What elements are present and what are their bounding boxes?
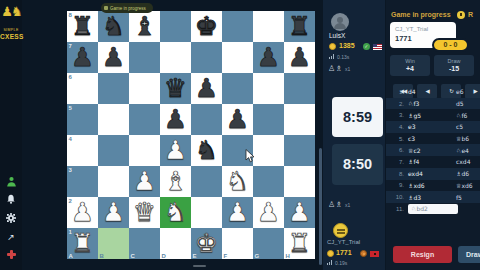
us-flag-icon bbox=[373, 44, 382, 50]
move-row-9[interactable]: 9.♗xd6♕xd6 bbox=[386, 180, 480, 192]
move-list: 1.d4e62.♘f3d53.♗g5♘f64.e3c55.c3♕b66.♕c2♘… bbox=[386, 86, 480, 215]
square-f6[interactable] bbox=[222, 73, 253, 104]
square-d4[interactable]: ♟ bbox=[160, 135, 191, 166]
top-player-rating: 1385 bbox=[339, 42, 355, 49]
chess-board: 8♜♞♝♚♜7♟♟♟♟6♛♟5♟♟4♟♞3♟♝♞2♟♟♛♞♟♟♟1A♜BCDE♚… bbox=[67, 11, 315, 259]
white-rook[interactable]: ♜ bbox=[284, 228, 315, 259]
friends-icon[interactable] bbox=[0, 174, 22, 188]
vertical-scrollbar[interactable] bbox=[319, 148, 322, 265]
top-player-latency: 0.13s bbox=[337, 54, 349, 60]
square-g7[interactable]: ♟ bbox=[253, 42, 284, 73]
club-badge-icon[interactable] bbox=[333, 223, 348, 238]
black-move[interactable]: cxd4 bbox=[456, 158, 470, 165]
square-c8[interactable]: ♝ bbox=[129, 11, 160, 42]
square-d7[interactable] bbox=[160, 42, 191, 73]
square-b5[interactable] bbox=[98, 104, 129, 135]
rank-label: 5 bbox=[69, 105, 72, 111]
move-number: 8. bbox=[386, 171, 404, 177]
square-d2[interactable]: ♞ bbox=[160, 197, 191, 228]
square-d6[interactable]: ♛ bbox=[160, 73, 191, 104]
app-logo-icon: ♟♞ bbox=[0, 4, 22, 19]
black-move[interactable]: ♘f6 bbox=[456, 112, 467, 119]
top-player-captured: ♙♗ x1 bbox=[328, 64, 350, 73]
white-move[interactable]: ♘f3 bbox=[408, 100, 452, 107]
bottom-player-latency: 0.19s bbox=[335, 260, 347, 266]
square-d5[interactable]: ♟ bbox=[160, 104, 191, 135]
black-move[interactable]: c5 bbox=[456, 123, 463, 130]
square-h8[interactable]: ♜ bbox=[284, 11, 315, 42]
white-move[interactable]: ♗xd6 bbox=[408, 182, 452, 189]
black-queen[interactable]: ♛ bbox=[160, 73, 191, 104]
app-logo-subtext: SIMPLE bbox=[0, 28, 22, 32]
white-king[interactable]: ♚ bbox=[191, 228, 222, 259]
black-move[interactable]: f5 bbox=[456, 194, 462, 201]
black-rook[interactable]: ♜ bbox=[284, 11, 315, 42]
square-a5[interactable]: 5 bbox=[67, 104, 98, 135]
header-right-label: R bbox=[468, 11, 473, 18]
move-number: 5. bbox=[386, 136, 404, 142]
health-cross-icon[interactable] bbox=[0, 247, 22, 261]
status-pill-icon bbox=[104, 6, 108, 10]
app-logo-text: CXESS bbox=[0, 33, 22, 40]
file-label: G bbox=[255, 253, 260, 259]
black-knight[interactable]: ♞ bbox=[191, 135, 222, 166]
square-f8[interactable] bbox=[222, 11, 253, 42]
square-h7[interactable]: ♟ bbox=[284, 42, 315, 73]
status-pill-label: Game in progress bbox=[110, 6, 146, 11]
rank-label: 4 bbox=[69, 136, 72, 142]
square-d1[interactable]: D bbox=[160, 228, 191, 259]
square-b8[interactable]: ♞ bbox=[98, 11, 129, 42]
square-f1[interactable]: F bbox=[222, 228, 253, 259]
file-label: C bbox=[131, 253, 135, 259]
move-row-7[interactable]: 7.♗f4cxd4 bbox=[386, 156, 480, 168]
square-a3[interactable]: 3 bbox=[67, 166, 98, 197]
move-row-1[interactable]: 1.d4e6 bbox=[386, 86, 480, 98]
move-row-10[interactable]: 10.♗d3f5 bbox=[386, 191, 480, 203]
opponent-name: CJ_YT_Trial bbox=[395, 26, 428, 32]
square-g4[interactable] bbox=[253, 135, 284, 166]
black-pawn[interactable]: ♟ bbox=[253, 42, 284, 73]
white-pawn[interactable]: ♟ bbox=[129, 166, 160, 197]
square-g8[interactable] bbox=[253, 11, 284, 42]
signal-icon bbox=[327, 260, 333, 265]
players-panel: LuisX 1385 ✓ 0.13s ♙♗ x1 8:59 8:50 ♙♗ x1… bbox=[323, 0, 385, 270]
top-player-clock: 8:59 bbox=[332, 97, 383, 137]
black-move[interactable]: ♘e4 bbox=[456, 147, 469, 154]
move-number: 2. bbox=[386, 101, 404, 107]
black-pawn[interactable]: ♟ bbox=[98, 42, 129, 73]
flag-icon bbox=[370, 251, 379, 257]
square-b1[interactable]: B bbox=[98, 228, 129, 259]
move-number: 9. bbox=[386, 182, 404, 188]
move-row-11[interactable]: 11.♘bd2 bbox=[386, 203, 480, 215]
square-h6[interactable] bbox=[284, 73, 315, 104]
square-c1[interactable]: C bbox=[129, 228, 160, 259]
square-h5[interactable] bbox=[284, 104, 315, 135]
square-a4[interactable]: 4 bbox=[67, 135, 98, 166]
square-g6[interactable] bbox=[253, 73, 284, 104]
move-row-4[interactable]: 4.e3c5 bbox=[386, 121, 480, 133]
square-e6[interactable]: ♟ bbox=[191, 73, 222, 104]
square-b4[interactable] bbox=[98, 135, 129, 166]
square-f7[interactable] bbox=[222, 42, 253, 73]
square-a2[interactable]: 2♟ bbox=[67, 197, 98, 228]
move-number: 3. bbox=[386, 112, 404, 118]
square-c4[interactable] bbox=[129, 135, 160, 166]
white-move[interactable]: ♗g5 bbox=[408, 112, 452, 119]
bottom-player-clock: 8:50 bbox=[332, 144, 383, 185]
move-number: 4. bbox=[386, 124, 404, 130]
white-move[interactable]: d4 bbox=[408, 88, 452, 95]
move-row-2[interactable]: 2.♘f3d5 bbox=[386, 98, 480, 110]
top-player-name[interactable]: LuisX bbox=[329, 32, 345, 39]
black-move[interactable]: ♗d6 bbox=[456, 170, 469, 177]
square-a7[interactable]: 7♟ bbox=[67, 42, 98, 73]
bottom-player-name[interactable]: CJ_YT_Trial bbox=[327, 239, 360, 245]
black-bishop[interactable]: ♝ bbox=[129, 11, 160, 42]
square-g1[interactable]: G bbox=[253, 228, 284, 259]
bottom-player-rating: 1771 bbox=[336, 249, 352, 256]
app-window: ♟♞ SIMPLE CXESS ↗ Game in progress 8♜♞♝♚… bbox=[0, 0, 480, 270]
square-e3[interactable] bbox=[191, 166, 222, 197]
white-knight[interactable]: ♞ bbox=[222, 166, 253, 197]
square-g2[interactable]: ♟ bbox=[253, 197, 284, 228]
square-e8[interactable]: ♚ bbox=[191, 11, 222, 42]
sidebar: ♟♞ SIMPLE CXESS ↗ bbox=[0, 0, 22, 270]
draw-stat-box: Draw -15 bbox=[434, 55, 474, 76]
black-pawn[interactable]: ♟ bbox=[160, 104, 191, 135]
black-pawn[interactable]: ♟ bbox=[67, 42, 98, 73]
square-f5[interactable]: ♟ bbox=[222, 104, 253, 135]
move-number: 7. bbox=[386, 159, 404, 165]
white-pawn[interactable]: ♟ bbox=[253, 197, 284, 228]
square-g3[interactable] bbox=[253, 166, 284, 197]
file-label: B bbox=[100, 253, 104, 259]
black-move[interactable]: d5 bbox=[456, 100, 464, 107]
game-status-pill[interactable]: Game in progress bbox=[101, 3, 153, 13]
coin-icon bbox=[327, 250, 334, 257]
white-move[interactable]: ♗d3 bbox=[408, 194, 452, 201]
square-e1[interactable]: E♚ bbox=[191, 228, 222, 259]
square-c5[interactable] bbox=[129, 104, 160, 135]
square-e7[interactable] bbox=[191, 42, 222, 73]
square-d8[interactable] bbox=[160, 11, 191, 42]
white-move[interactable]: ♗f4 bbox=[408, 158, 452, 165]
move-number: 10. bbox=[386, 194, 404, 200]
white-pawn[interactable]: ♟ bbox=[67, 197, 98, 228]
game-status-header: Game in progress bbox=[391, 11, 451, 18]
black-move[interactable]: e6 bbox=[456, 88, 464, 95]
game-info-panel: Game in progress R CJ_YT_Trial 1771 0 - … bbox=[386, 0, 480, 270]
square-d3[interactable]: ♝ bbox=[160, 166, 191, 197]
white-pawn[interactable]: ♟ bbox=[160, 135, 191, 166]
square-c6[interactable] bbox=[129, 73, 160, 104]
white-move[interactable]: c3 bbox=[408, 135, 452, 142]
bottom-player-captured: ♙♗ x1 bbox=[328, 200, 350, 209]
square-a8[interactable]: 8♜ bbox=[67, 11, 98, 42]
move-row-8[interactable]: 8.exd4♗d6 bbox=[386, 168, 480, 180]
verified-badge-icon: ✓ bbox=[363, 43, 370, 50]
white-pawn[interactable]: ♟ bbox=[98, 197, 129, 228]
square-a6[interactable]: 6 bbox=[67, 73, 98, 104]
match-score-badge: 0 - 0 bbox=[432, 38, 469, 52]
square-c2[interactable]: ♛ bbox=[129, 197, 160, 228]
square-f3[interactable]: ♞ bbox=[222, 166, 253, 197]
square-b6[interactable] bbox=[98, 73, 129, 104]
white-pawn[interactable]: ♟ bbox=[284, 197, 315, 228]
move-input-box[interactable]: ♘bd2 bbox=[408, 204, 458, 214]
square-h1[interactable]: H♜ bbox=[284, 228, 315, 259]
move-number: 11. bbox=[386, 206, 404, 212]
black-move[interactable]: ♕xd6 bbox=[456, 182, 473, 189]
resign-button[interactable]: Resign bbox=[393, 246, 452, 263]
file-label: D bbox=[162, 253, 166, 259]
square-g5[interactable] bbox=[253, 104, 284, 135]
square-b2[interactable]: ♟ bbox=[98, 197, 129, 228]
horizontal-scrollbar[interactable] bbox=[193, 265, 206, 267]
mouse-cursor bbox=[245, 149, 255, 167]
medal-badge-icon bbox=[360, 250, 367, 257]
square-b7[interactable]: ♟ bbox=[98, 42, 129, 73]
black-king[interactable]: ♚ bbox=[191, 11, 222, 42]
white-queen[interactable]: ♛ bbox=[129, 197, 160, 228]
square-h4[interactable] bbox=[284, 135, 315, 166]
external-link-icon[interactable]: ↗ bbox=[0, 230, 22, 244]
rank-label: 6 bbox=[69, 74, 72, 80]
white-move[interactable]: exd4 bbox=[408, 170, 452, 177]
square-e2[interactable] bbox=[191, 197, 222, 228]
black-knight[interactable]: ♞ bbox=[98, 11, 129, 42]
avatar-top-player[interactable] bbox=[331, 13, 349, 31]
move-number: 1. bbox=[386, 89, 404, 95]
white-move[interactable]: e3 bbox=[408, 123, 452, 130]
rank-label: 3 bbox=[69, 167, 72, 173]
square-a1[interactable]: 1A♜ bbox=[67, 228, 98, 259]
black-rook[interactable]: ♜ bbox=[67, 11, 98, 42]
white-move[interactable]: ♕c2 bbox=[408, 147, 452, 154]
square-e4[interactable]: ♞ bbox=[191, 135, 222, 166]
white-bishop[interactable]: ♝ bbox=[160, 166, 191, 197]
clock-icon bbox=[457, 11, 465, 19]
move-row-3[interactable]: 3.♗g5♘f6 bbox=[386, 109, 480, 121]
opponent-rating: 1771 bbox=[395, 34, 412, 43]
square-h2[interactable]: ♟ bbox=[284, 197, 315, 228]
square-e5[interactable] bbox=[191, 104, 222, 135]
draw-offer-button[interactable]: Draw bbox=[458, 246, 480, 263]
move-row-5[interactable]: 5.c3♕b6 bbox=[386, 133, 480, 145]
win-stat-box: Win +4 bbox=[390, 55, 430, 76]
coin-icon bbox=[329, 43, 336, 50]
square-f2[interactable]: ♟ bbox=[222, 197, 253, 228]
move-row-6[interactable]: 6.♕c2♘e4 bbox=[386, 144, 480, 156]
black-move[interactable]: ♕b6 bbox=[456, 135, 469, 142]
black-pawn[interactable]: ♟ bbox=[284, 42, 315, 73]
square-c3[interactable]: ♟ bbox=[129, 166, 160, 197]
white-knight[interactable]: ♞ bbox=[160, 197, 191, 228]
gear-icon[interactable] bbox=[0, 211, 22, 225]
square-h3[interactable] bbox=[284, 166, 315, 197]
bell-icon[interactable] bbox=[0, 192, 22, 206]
move-number: 6. bbox=[386, 147, 404, 153]
square-c7[interactable] bbox=[129, 42, 160, 73]
white-pawn[interactable]: ♟ bbox=[222, 197, 253, 228]
black-pawn[interactable]: ♟ bbox=[222, 104, 253, 135]
black-pawn[interactable]: ♟ bbox=[191, 73, 222, 104]
signal-icon bbox=[329, 54, 335, 59]
file-label: F bbox=[224, 253, 228, 259]
white-rook[interactable]: ♜ bbox=[67, 228, 98, 259]
square-b3[interactable] bbox=[98, 166, 129, 197]
